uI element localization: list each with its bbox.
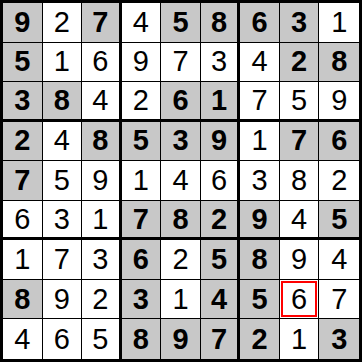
cell-value: 5	[211, 245, 227, 274]
cell-r6c2[interactable]: 3	[43, 201, 83, 241]
cell-r6c8[interactable]: 4	[280, 201, 320, 241]
cell-r8c6: 4	[201, 280, 241, 320]
cell-r7c3[interactable]: 3	[82, 240, 122, 280]
cell-value: 6	[133, 245, 149, 274]
cell-r7c1[interactable]: 1	[3, 240, 43, 280]
cell-r9c7: 2	[240, 319, 280, 359]
cell-value: 2	[331, 166, 347, 195]
cell-r2c6[interactable]: 3	[201, 43, 241, 83]
cell-r4c3: 8	[82, 122, 122, 162]
cell-r2c9: 8	[319, 43, 359, 83]
cell-value: 6	[54, 325, 70, 354]
cell-value: 9	[252, 205, 268, 234]
cell-r8c9[interactable]: 7	[319, 280, 359, 320]
cell-value: 8	[54, 86, 70, 115]
cell-r4c4: 5	[122, 122, 162, 162]
cell-value: 8	[331, 47, 347, 76]
cell-value: 7	[133, 205, 149, 234]
cell-value: 7	[54, 245, 70, 274]
cell-r5c1: 7	[3, 161, 43, 201]
cell-value: 3	[172, 126, 188, 155]
cell-r3c3[interactable]: 4	[82, 82, 122, 122]
cell-r9c1[interactable]: 4	[3, 319, 43, 359]
cell-value: 6	[211, 166, 227, 195]
cell-r8c2[interactable]: 9	[43, 280, 83, 320]
cell-r5c6[interactable]: 6	[201, 161, 241, 201]
cell-value: 5	[172, 8, 188, 37]
cell-value: 8	[172, 205, 188, 234]
cell-r9c8[interactable]: 1	[280, 319, 320, 359]
cell-value: 6	[92, 47, 108, 76]
cell-r1c7: 6	[240, 3, 280, 43]
cell-value: 3	[92, 245, 108, 274]
cell-value: 9	[291, 245, 307, 274]
cell-value: 4	[291, 205, 307, 234]
cell-r3c1: 3	[3, 82, 43, 122]
cell-r4c1: 2	[3, 122, 43, 162]
cell-r6c3[interactable]: 1	[82, 201, 122, 241]
cell-r9c2[interactable]: 6	[43, 319, 83, 359]
cell-r2c1: 5	[3, 43, 43, 83]
cell-value: 6	[291, 285, 307, 314]
cell-r6c7: 9	[240, 201, 280, 241]
cell-r2c7[interactable]: 4	[240, 43, 280, 83]
cell-value: 6	[331, 126, 347, 155]
cell-r8c8[interactable]: 6	[280, 280, 320, 320]
cell-value: 1	[291, 325, 307, 354]
cell-value: 3	[14, 86, 30, 115]
cell-r1c6: 8	[201, 3, 241, 43]
cell-value: 3	[331, 325, 347, 354]
cell-r6c4: 7	[122, 201, 162, 241]
cell-r9c9: 3	[319, 319, 359, 359]
cell-value: 5	[252, 285, 268, 314]
cell-r7c7: 8	[240, 240, 280, 280]
cell-value: 9	[211, 126, 227, 155]
cell-r6c9: 5	[319, 201, 359, 241]
cell-r8c7: 5	[240, 280, 280, 320]
cell-r7c9[interactable]: 4	[319, 240, 359, 280]
cell-r1c3: 7	[82, 3, 122, 43]
cell-value: 7	[252, 86, 268, 115]
cell-r3c8[interactable]: 5	[280, 82, 320, 122]
cell-r7c2[interactable]: 7	[43, 240, 83, 280]
cell-value: 8	[14, 285, 30, 314]
cell-value: 2	[211, 205, 227, 234]
cell-value: 7	[92, 8, 108, 37]
cell-r5c8[interactable]: 8	[280, 161, 320, 201]
cell-value: 4	[252, 47, 268, 76]
cell-r4c7[interactable]: 1	[240, 122, 280, 162]
cell-value: 5	[92, 325, 108, 354]
cell-value: 4	[133, 8, 149, 37]
cell-value: 5	[291, 86, 307, 115]
cell-r1c4[interactable]: 4	[122, 3, 162, 43]
cell-value: 8	[211, 8, 227, 37]
cell-r9c5: 9	[161, 319, 201, 359]
cell-r8c5[interactable]: 1	[161, 280, 201, 320]
cell-value: 8	[92, 126, 108, 155]
cell-r4c8: 7	[280, 122, 320, 162]
selection-box	[281, 281, 318, 318]
cell-r6c6: 2	[201, 201, 241, 241]
cell-value: 3	[133, 285, 149, 314]
cell-value: 2	[14, 126, 30, 155]
cell-value: 1	[211, 86, 227, 115]
cell-value: 2	[172, 245, 188, 274]
cell-r2c3[interactable]: 6	[82, 43, 122, 83]
cell-value: 9	[331, 86, 347, 115]
cell-value: 7	[14, 166, 30, 195]
cell-r3c6: 1	[201, 82, 241, 122]
cell-value: 6	[252, 8, 268, 37]
cell-r5c7[interactable]: 3	[240, 161, 280, 201]
cell-r4c9: 6	[319, 122, 359, 162]
cell-value: 4	[14, 325, 30, 354]
cell-r9c3[interactable]: 5	[82, 319, 122, 359]
cell-value: 3	[211, 47, 227, 76]
cell-r2c5[interactable]: 7	[161, 43, 201, 83]
cell-r5c4[interactable]: 1	[122, 161, 162, 201]
cell-r2c2[interactable]: 1	[43, 43, 83, 83]
cell-r4c6: 9	[201, 122, 241, 162]
cell-r7c5[interactable]: 2	[161, 240, 201, 280]
cell-r1c8: 3	[280, 3, 320, 43]
cell-value: 9	[133, 47, 149, 76]
cell-r8c4: 3	[122, 280, 162, 320]
cell-r4c5: 3	[161, 122, 201, 162]
cell-value: 7	[211, 325, 227, 354]
cell-value: 6	[172, 86, 188, 115]
cell-r1c1: 9	[3, 3, 43, 43]
cell-r5c2[interactable]: 5	[43, 161, 83, 201]
cell-value: 3	[291, 8, 307, 37]
cell-value: 1	[252, 126, 268, 155]
cell-value: 5	[331, 205, 347, 234]
cell-r9c4: 8	[122, 319, 162, 359]
cell-r5c3[interactable]: 9	[82, 161, 122, 201]
cell-value: 1	[331, 8, 347, 37]
cell-value: 2	[54, 8, 70, 37]
cell-value: 2	[92, 285, 108, 314]
cell-r2c8: 2	[280, 43, 320, 83]
cell-r4c2[interactable]: 4	[43, 122, 83, 162]
cell-r7c8[interactable]: 9	[280, 240, 320, 280]
cell-r2c4[interactable]: 9	[122, 43, 162, 83]
cell-value: 1	[133, 166, 149, 195]
cell-value: 4	[172, 166, 188, 195]
cell-r3c7[interactable]: 7	[240, 82, 280, 122]
cell-value: 4	[92, 86, 108, 115]
cell-value: 7	[172, 47, 188, 76]
cell-r1c9[interactable]: 1	[319, 3, 359, 43]
cell-value: 8	[252, 245, 268, 274]
cell-value: 9	[172, 325, 188, 354]
cell-r6c1[interactable]: 6	[3, 201, 43, 241]
cell-value: 4	[211, 285, 227, 314]
cell-value: 7	[291, 126, 307, 155]
cell-value: 8	[133, 325, 149, 354]
cell-r8c1: 8	[3, 280, 43, 320]
cell-value: 5	[54, 166, 70, 195]
cell-r9c6: 7	[201, 319, 241, 359]
cell-value: 7	[331, 285, 347, 314]
cell-value: 5	[14, 47, 30, 76]
cell-r1c2[interactable]: 2	[43, 3, 83, 43]
sudoku-board: 9274586315169734283842617592485391767591…	[0, 0, 362, 362]
cell-value: 9	[92, 166, 108, 195]
cell-r7c6: 5	[201, 240, 241, 280]
cell-r6c5: 8	[161, 201, 201, 241]
cell-value: 4	[331, 245, 347, 274]
cell-r3c9[interactable]: 9	[319, 82, 359, 122]
cell-value: 3	[252, 166, 268, 195]
cell-value: 8	[291, 166, 307, 195]
cell-value: 9	[14, 8, 30, 37]
cell-r3c5: 6	[161, 82, 201, 122]
cell-value: 5	[133, 126, 149, 155]
cell-value: 9	[54, 285, 70, 314]
cell-value: 1	[92, 205, 108, 234]
cell-value: 1	[54, 47, 70, 76]
cell-r8c3[interactable]: 2	[82, 280, 122, 320]
cell-value: 3	[54, 205, 70, 234]
cell-value: 2	[291, 47, 307, 76]
cell-value: 6	[14, 205, 30, 234]
cell-value: 1	[14, 245, 30, 274]
cell-r1c5: 5	[161, 3, 201, 43]
cell-r5c5[interactable]: 4	[161, 161, 201, 201]
cell-r3c2: 8	[43, 82, 83, 122]
cell-r5c9[interactable]: 2	[319, 161, 359, 201]
cell-r7c4: 6	[122, 240, 162, 280]
cell-r3c4[interactable]: 2	[122, 82, 162, 122]
cell-value: 2	[252, 325, 268, 354]
cell-value: 1	[172, 285, 188, 314]
cell-value: 2	[133, 86, 149, 115]
cell-value: 4	[54, 126, 70, 155]
